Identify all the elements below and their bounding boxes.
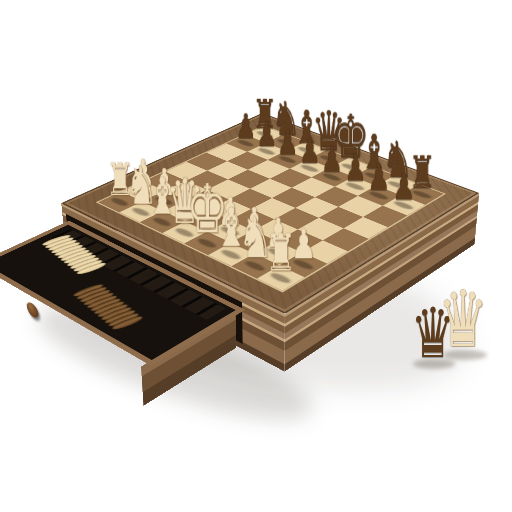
light-checkers-row [42, 235, 108, 276]
white-rook-h1[interactable]: ♜ [262, 222, 301, 277]
board-frame: ♜♞♝♛♚♝♞♜♟♟♟♟♟♟♟♟♟♟♟♟♟♟♟♟♜♞♝♛♚♝♞♜ [61, 113, 479, 314]
dark-checkers-row [73, 284, 145, 331]
extra-light-queen[interactable]: ♛ [444, 276, 483, 358]
drawer-knob[interactable] [26, 300, 39, 321]
black-pawn-h7[interactable]: ♟ [386, 163, 421, 205]
product-photo-page: { "game": { "name": "Chess", "set_descri… [0, 0, 512, 512]
square-d5[interactable] [250, 178, 292, 198]
square-h1[interactable]: ♜ [257, 265, 305, 291]
